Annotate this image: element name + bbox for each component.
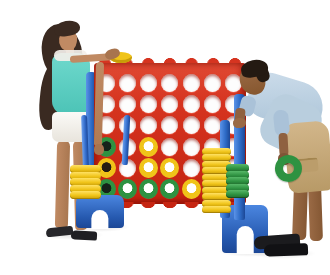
right-green-ring-stack: [226, 164, 249, 198]
board-hole: [161, 95, 178, 113]
ring-yellow: [70, 191, 101, 199]
girl-hanging-hand: [94, 144, 104, 155]
ring-yellow: [202, 206, 231, 213]
cell-r5-c4: [159, 157, 180, 178]
board-hole: [119, 180, 136, 198]
board-hole: [161, 159, 178, 177]
disc-yellow: [160, 158, 179, 178]
cell-r6-c4: [159, 179, 180, 200]
scene: [0, 0, 330, 275]
board-hole: [183, 180, 200, 198]
board-hole: [183, 159, 200, 177]
boy-shoe-back: [264, 243, 308, 257]
cell-r1-c2: [117, 72, 138, 93]
board-hole: [183, 138, 200, 156]
board-hole: [161, 116, 178, 134]
ring-green: [226, 190, 249, 198]
cell-r4-c3: [138, 136, 159, 157]
board-hole: [140, 95, 157, 113]
cell-r2-c3: [138, 93, 159, 114]
cell-r1-c6: [202, 72, 223, 93]
cell-r5-c3: [138, 157, 159, 178]
board-hole: [204, 74, 221, 92]
disc-green: [160, 179, 179, 199]
cell-r1-c4: [159, 72, 180, 93]
disc-yellow: [139, 137, 158, 157]
board-hole: [140, 116, 157, 134]
board-hole: [161, 138, 178, 156]
board-hole: [140, 138, 157, 156]
left-yellow-ring-stack: [70, 165, 101, 199]
cell-r1-c3: [138, 72, 159, 93]
cell-r2-c2: [117, 93, 138, 114]
disc-green: [139, 179, 158, 199]
boy-front-leg: [292, 186, 308, 240]
ring-yellow: [202, 154, 231, 161]
cell-r2-c5: [181, 93, 202, 114]
board-hole: [183, 116, 200, 134]
cell-r4-c4: [159, 136, 180, 157]
cell-r3-c4: [159, 115, 180, 136]
board-hole: [140, 159, 157, 177]
board-hole: [119, 95, 136, 113]
disc-yellow: [182, 179, 201, 199]
board-hole: [140, 74, 157, 92]
boy-back-leg: [308, 184, 323, 241]
disc-yellow: [139, 158, 158, 178]
cell-r4-c5: [181, 136, 202, 157]
cell-r6-c5: [181, 179, 202, 200]
board-hole: [161, 74, 178, 92]
girl-sandal-right: [71, 230, 97, 240]
board-hole: [140, 180, 157, 198]
board-hole: [161, 180, 178, 198]
left-a-frame-foot: [76, 195, 124, 228]
board-hole: [204, 116, 221, 134]
board-hole: [183, 74, 200, 92]
cell-r3-c5: [181, 115, 202, 136]
cell-r6-c3: [138, 179, 159, 200]
cell-r1-c5: [181, 72, 202, 93]
cell-r3-c3: [138, 115, 159, 136]
cell-r2-c6: [202, 93, 223, 114]
girl-left-leg: [55, 140, 70, 228]
cell-r2-c4: [159, 93, 180, 114]
board-hole: [183, 95, 200, 113]
cell-r5-c5: [181, 157, 202, 178]
board-hole: [119, 74, 136, 92]
board-hole: [204, 95, 221, 113]
